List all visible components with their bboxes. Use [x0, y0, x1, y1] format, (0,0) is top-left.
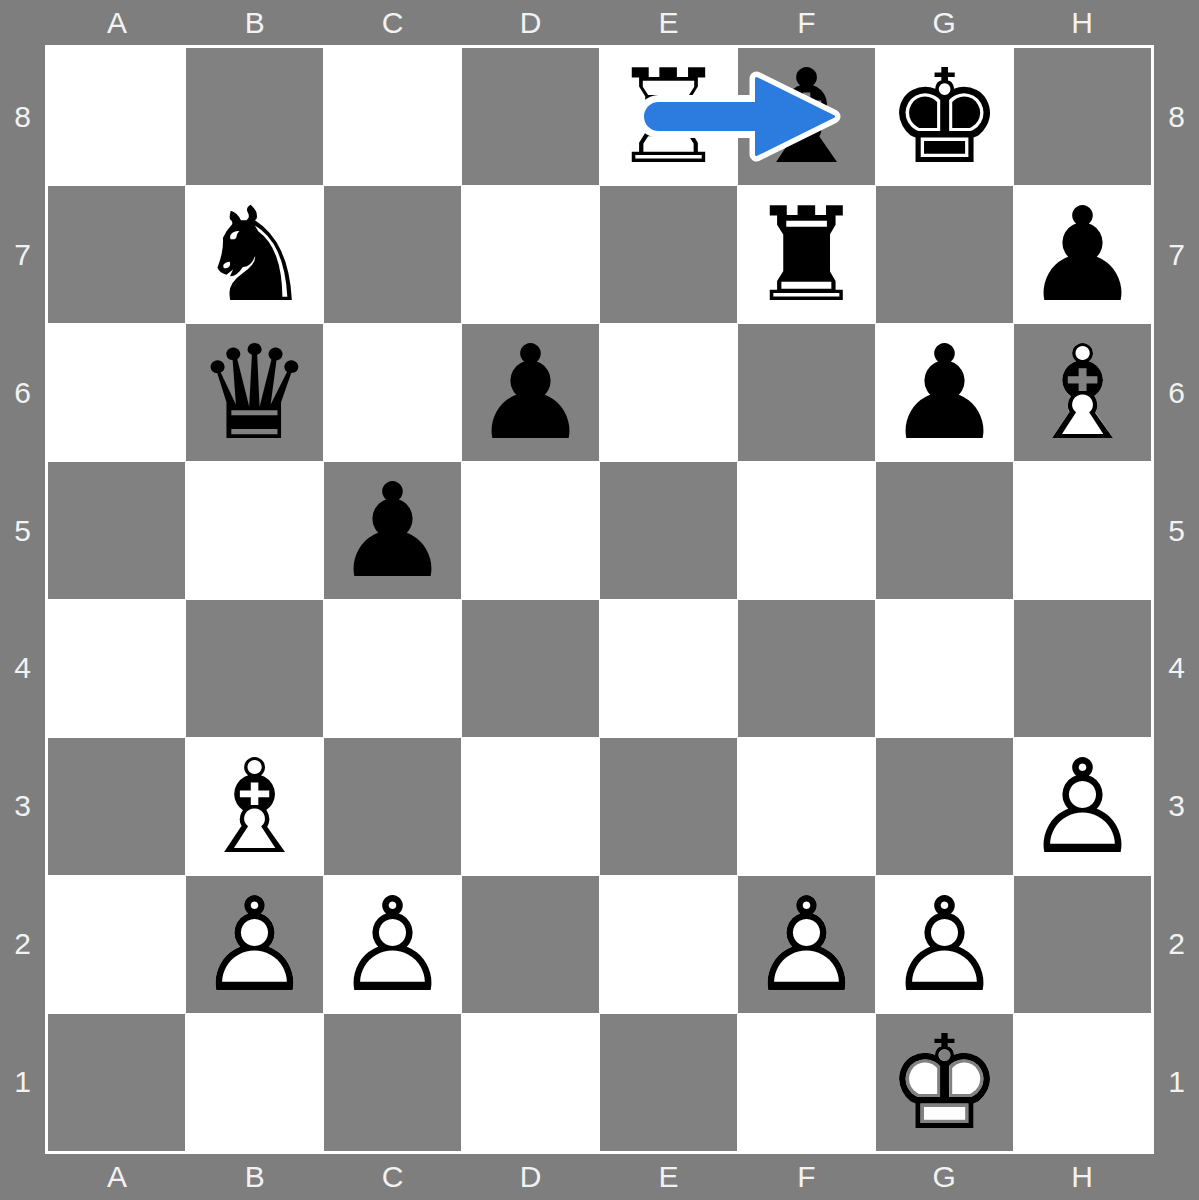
rank-label-right-6: 6 [1154, 324, 1199, 462]
square-b8[interactable] [186, 48, 323, 185]
square-d7[interactable] [462, 186, 599, 323]
square-d3[interactable] [462, 738, 599, 875]
square-h2[interactable] [1014, 876, 1151, 1013]
square-h3[interactable]: ♟♙ [1014, 738, 1151, 875]
file-label-top-f: F [737, 0, 875, 45]
square-d6[interactable]: ♟ [462, 324, 599, 461]
chess-board: ♜♖♝♚♞♜♟♛♟♟♝♗♟♝♗♟♙♟♙♟♙♟♙♟♙♚♔ [45, 45, 1154, 1154]
square-g1[interactable]: ♚♔ [876, 1014, 1013, 1151]
white-pawn[interactable]: ♟♙ [186, 876, 323, 1013]
file-label-top-g: G [875, 0, 1013, 45]
black-king[interactable]: ♚ [876, 48, 1013, 185]
square-h7[interactable]: ♟ [1014, 186, 1151, 323]
file-label-top-b: B [186, 0, 324, 45]
square-e6[interactable] [600, 324, 737, 461]
square-e3[interactable] [600, 738, 737, 875]
file-label-top-a: A [48, 0, 186, 45]
square-d8[interactable] [462, 48, 599, 185]
square-a5[interactable] [48, 462, 185, 599]
rank-label-left-3: 3 [0, 737, 45, 875]
rank-labels-right: 87654321 [1154, 48, 1199, 1151]
square-f3[interactable] [738, 738, 875, 875]
square-e7[interactable] [600, 186, 737, 323]
square-b7[interactable]: ♞ [186, 186, 323, 323]
square-h6[interactable]: ♝♗ [1014, 324, 1151, 461]
square-b4[interactable] [186, 600, 323, 737]
rank-label-left-1: 1 [0, 1013, 45, 1151]
square-g6[interactable]: ♟ [876, 324, 1013, 461]
square-c8[interactable] [324, 48, 461, 185]
square-b5[interactable] [186, 462, 323, 599]
file-labels-bottom: ABCDEFGH [48, 1154, 1151, 1200]
square-g7[interactable] [876, 186, 1013, 323]
rank-label-left-4: 4 [0, 600, 45, 738]
square-f6[interactable] [738, 324, 875, 461]
square-h5[interactable] [1014, 462, 1151, 599]
file-label-bottom-d: D [462, 1154, 600, 1200]
square-a8[interactable] [48, 48, 185, 185]
white-pawn[interactable]: ♟♙ [1014, 738, 1151, 875]
square-g5[interactable] [876, 462, 1013, 599]
square-f8[interactable]: ♝ [738, 48, 875, 185]
square-a6[interactable] [48, 324, 185, 461]
square-g2[interactable]: ♟♙ [876, 876, 1013, 1013]
black-rook[interactable]: ♜ [738, 186, 875, 323]
square-e5[interactable] [600, 462, 737, 599]
white-king[interactable]: ♚♔ [876, 1014, 1013, 1151]
square-d2[interactable] [462, 876, 599, 1013]
file-label-bottom-f: F [737, 1154, 875, 1200]
rank-label-right-5: 5 [1154, 462, 1199, 600]
file-label-top-c: C [324, 0, 462, 45]
square-b2[interactable]: ♟♙ [186, 876, 323, 1013]
black-pawn[interactable]: ♟ [462, 324, 599, 461]
file-label-bottom-b: B [186, 1154, 324, 1200]
white-pawn[interactable]: ♟♙ [876, 876, 1013, 1013]
rank-label-right-7: 7 [1154, 186, 1199, 324]
white-pawn[interactable]: ♟♙ [324, 876, 461, 1013]
black-pawn[interactable]: ♟ [876, 324, 1013, 461]
square-f7[interactable]: ♜ [738, 186, 875, 323]
square-c1[interactable] [324, 1014, 461, 1151]
white-bishop[interactable]: ♝♗ [186, 738, 323, 875]
rank-label-left-7: 7 [0, 186, 45, 324]
rank-label-right-8: 8 [1154, 48, 1199, 186]
white-bishop[interactable]: ♝♗ [1014, 324, 1151, 461]
file-label-top-e: E [600, 0, 738, 45]
square-g4[interactable] [876, 600, 1013, 737]
file-label-bottom-e: E [600, 1154, 738, 1200]
square-b6[interactable]: ♛ [186, 324, 323, 461]
square-a1[interactable] [48, 1014, 185, 1151]
square-d1[interactable] [462, 1014, 599, 1151]
rank-label-left-8: 8 [0, 48, 45, 186]
rank-label-right-4: 4 [1154, 600, 1199, 738]
rank-label-left-6: 6 [0, 324, 45, 462]
file-label-bottom-c: C [324, 1154, 462, 1200]
white-rook[interactable]: ♜♖ [600, 48, 737, 185]
square-c3[interactable] [324, 738, 461, 875]
square-b3[interactable]: ♝♗ [186, 738, 323, 875]
black-pawn[interactable]: ♟ [324, 462, 461, 599]
square-f1[interactable] [738, 1014, 875, 1151]
square-h4[interactable] [1014, 600, 1151, 737]
square-g8[interactable]: ♚ [876, 48, 1013, 185]
square-a7[interactable] [48, 186, 185, 323]
square-c4[interactable] [324, 600, 461, 737]
square-a2[interactable] [48, 876, 185, 1013]
rank-label-right-2: 2 [1154, 875, 1199, 1013]
square-c6[interactable] [324, 324, 461, 461]
file-label-top-h: H [1013, 0, 1151, 45]
file-labels-top: ABCDEFGH [48, 0, 1151, 45]
black-knight[interactable]: ♞ [186, 186, 323, 323]
square-c5[interactable]: ♟ [324, 462, 461, 599]
rank-labels-left: 87654321 [0, 48, 45, 1151]
square-c2[interactable]: ♟♙ [324, 876, 461, 1013]
square-b1[interactable] [186, 1014, 323, 1151]
square-d4[interactable] [462, 600, 599, 737]
file-label-bottom-g: G [875, 1154, 1013, 1200]
square-e8[interactable]: ♜♖ [600, 48, 737, 185]
square-f5[interactable] [738, 462, 875, 599]
file-label-top-d: D [462, 0, 600, 45]
black-queen[interactable]: ♛ [186, 324, 323, 461]
rank-label-right-3: 3 [1154, 737, 1199, 875]
square-e1[interactable] [600, 1014, 737, 1151]
rank-label-right-1: 1 [1154, 1013, 1199, 1151]
square-c7[interactable] [324, 186, 461, 323]
square-h1[interactable] [1014, 1014, 1151, 1151]
board-grid: ♜♖♝♚♞♜♟♛♟♟♝♗♟♝♗♟♙♟♙♟♙♟♙♟♙♚♔ [48, 48, 1151, 1151]
square-d5[interactable] [462, 462, 599, 599]
black-bishop[interactable]: ♝ [738, 48, 875, 185]
square-f4[interactable] [738, 600, 875, 737]
file-label-bottom-a: A [48, 1154, 186, 1200]
rank-label-left-2: 2 [0, 875, 45, 1013]
file-label-bottom-h: H [1013, 1154, 1151, 1200]
square-a4[interactable] [48, 600, 185, 737]
square-a3[interactable] [48, 738, 185, 875]
black-pawn[interactable]: ♟ [1014, 186, 1151, 323]
square-e4[interactable] [600, 600, 737, 737]
square-g3[interactable] [876, 738, 1013, 875]
white-pawn[interactable]: ♟♙ [738, 876, 875, 1013]
square-e2[interactable] [600, 876, 737, 1013]
square-h8[interactable] [1014, 48, 1151, 185]
rank-label-left-5: 5 [0, 462, 45, 600]
square-f2[interactable]: ♟♙ [738, 876, 875, 1013]
